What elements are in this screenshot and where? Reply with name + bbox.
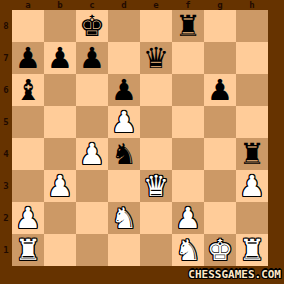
square-d1[interactable] [108,234,140,266]
square-f3[interactable] [172,170,204,202]
piece-black-rook: ♜ [236,138,268,170]
square-c5[interactable] [76,106,108,138]
square-e4[interactable] [140,138,172,170]
chess-board: ♚♜♟♟♟♛♝♟♟♟♟♞♜♟♛♟♟♞♟♜♞♚♜ [12,10,268,266]
piece-black-pawn: ♟ [204,74,236,106]
square-e6[interactable] [140,74,172,106]
square-a5[interactable] [12,106,44,138]
square-c2[interactable] [76,202,108,234]
square-b7[interactable]: ♟ [44,42,76,74]
square-a3[interactable] [12,170,44,202]
square-h4[interactable]: ♜ [236,138,268,170]
square-g8[interactable] [204,10,236,42]
rank-label-8: 8 [0,10,12,42]
square-b8[interactable] [44,10,76,42]
square-a6[interactable]: ♝ [12,74,44,106]
square-f5[interactable] [172,106,204,138]
square-d5[interactable]: ♟ [108,106,140,138]
square-f4[interactable] [172,138,204,170]
square-g1[interactable]: ♚ [204,234,236,266]
square-e5[interactable] [140,106,172,138]
piece-black-pawn: ♟ [108,74,140,106]
square-h7[interactable] [236,42,268,74]
rank-label-7: 7 [0,42,12,74]
piece-white-rook: ♜ [12,234,44,266]
piece-black-knight: ♞ [108,138,140,170]
rank-label-4: 4 [0,138,12,170]
square-c1[interactable] [76,234,108,266]
square-d3[interactable] [108,170,140,202]
piece-black-rook: ♜ [172,10,204,42]
square-e7[interactable]: ♛ [140,42,172,74]
square-g5[interactable] [204,106,236,138]
square-a7[interactable]: ♟ [12,42,44,74]
square-h8[interactable] [236,10,268,42]
square-e3[interactable]: ♛ [140,170,172,202]
square-f8[interactable]: ♜ [172,10,204,42]
chess-diagram: abcdefgh 87654321 ♚♜♟♟♟♛♝♟♟♟♟♞♜♟♛♟♟♞♟♜♞♚… [0,0,284,284]
rank-label-2: 2 [0,202,12,234]
rank-label-1: 1 [0,234,12,266]
piece-white-pawn: ♟ [236,170,268,202]
piece-white-queen: ♛ [140,170,172,202]
rank-label-6: 6 [0,74,12,106]
chessgames-logo[interactable]: CHESSGAMES.COM [188,268,281,281]
square-a4[interactable] [12,138,44,170]
square-f6[interactable] [172,74,204,106]
square-h5[interactable] [236,106,268,138]
square-c8[interactable]: ♚ [76,10,108,42]
piece-black-bishop: ♝ [12,74,44,106]
square-a8[interactable] [12,10,44,42]
square-h6[interactable] [236,74,268,106]
square-f7[interactable] [172,42,204,74]
rank-label-5: 5 [0,106,12,138]
square-b6[interactable] [44,74,76,106]
piece-white-rook: ♜ [236,234,268,266]
square-c6[interactable] [76,74,108,106]
piece-white-knight: ♞ [172,234,204,266]
piece-white-pawn: ♟ [172,202,204,234]
square-b2[interactable] [44,202,76,234]
square-e1[interactable] [140,234,172,266]
square-h1[interactable]: ♜ [236,234,268,266]
file-label-a: a [12,0,44,10]
piece-white-knight: ♞ [108,202,140,234]
square-b4[interactable] [44,138,76,170]
square-g7[interactable] [204,42,236,74]
file-label-h: h [236,0,268,10]
piece-white-pawn: ♟ [108,106,140,138]
square-f1[interactable]: ♞ [172,234,204,266]
square-e2[interactable] [140,202,172,234]
file-label-g: g [204,0,236,10]
square-g6[interactable]: ♟ [204,74,236,106]
square-d6[interactable]: ♟ [108,74,140,106]
square-f2[interactable]: ♟ [172,202,204,234]
square-b3[interactable]: ♟ [44,170,76,202]
square-a1[interactable]: ♜ [12,234,44,266]
piece-black-pawn: ♟ [44,42,76,74]
file-label-b: b [44,0,76,10]
square-d7[interactable] [108,42,140,74]
square-d4[interactable]: ♞ [108,138,140,170]
piece-black-pawn: ♟ [76,42,108,74]
square-e8[interactable] [140,10,172,42]
piece-white-king: ♚ [204,234,236,266]
piece-black-queen: ♛ [140,42,172,74]
square-d8[interactable] [108,10,140,42]
square-b1[interactable] [44,234,76,266]
piece-white-pawn: ♟ [44,170,76,202]
square-b5[interactable] [44,106,76,138]
square-c7[interactable]: ♟ [76,42,108,74]
square-c3[interactable] [76,170,108,202]
square-h2[interactable] [236,202,268,234]
square-g3[interactable] [204,170,236,202]
file-label-e: e [140,0,172,10]
piece-black-king: ♚ [76,10,108,42]
piece-black-pawn: ♟ [12,42,44,74]
square-h3[interactable]: ♟ [236,170,268,202]
square-d2[interactable]: ♞ [108,202,140,234]
file-label-d: d [108,0,140,10]
square-g2[interactable] [204,202,236,234]
piece-white-pawn: ♟ [76,138,108,170]
square-g4[interactable] [204,138,236,170]
piece-white-pawn: ♟ [12,202,44,234]
square-c4[interactable]: ♟ [76,138,108,170]
rank-label-3: 3 [0,170,12,202]
square-a2[interactable]: ♟ [12,202,44,234]
